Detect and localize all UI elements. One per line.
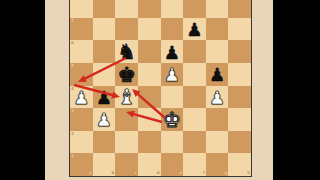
square-d3	[138, 108, 161, 131]
square-g3	[206, 108, 229, 131]
square-e5: ♟	[161, 63, 184, 86]
square-d8	[138, 0, 161, 18]
black-pawn: ♟	[161, 43, 184, 61]
square-c7	[115, 18, 138, 41]
file-label-g: g	[225, 171, 228, 175]
square-c2	[115, 131, 138, 154]
square-d7	[138, 18, 161, 41]
square-a1: 1a	[70, 153, 93, 176]
right-letterbox-bar	[273, 0, 320, 180]
rank-label-3: 3	[71, 109, 74, 113]
square-g2	[206, 131, 229, 154]
white-pawn: ♟	[93, 111, 116, 129]
white-king: ♚	[161, 109, 184, 130]
square-h2	[228, 131, 251, 154]
black-pawn: ♟	[206, 66, 229, 84]
chess-board: 87♟6♞♟5♚♟♟4♟♟♝♟3♟♚21abcdefgh	[69, 0, 252, 177]
square-c8	[115, 0, 138, 18]
square-f2	[183, 131, 206, 154]
square-e1: e	[161, 153, 184, 176]
square-g1: g	[206, 153, 229, 176]
file-label-d: d	[157, 171, 160, 175]
square-h3	[228, 108, 251, 131]
square-b2	[93, 131, 116, 154]
square-a3: 3	[70, 108, 93, 131]
rank-label-4: 4	[71, 87, 74, 91]
square-f1: f	[183, 153, 206, 176]
rank-label-7: 7	[71, 19, 74, 23]
square-f3	[183, 108, 206, 131]
square-c5: ♚	[115, 63, 138, 86]
square-f8	[183, 0, 206, 18]
square-e7	[161, 18, 184, 41]
square-g4: ♟	[206, 86, 229, 109]
left-letterbox-bar	[0, 0, 45, 180]
square-a4: 4♟	[70, 86, 93, 109]
square-b4: ♟	[93, 86, 116, 109]
square-c4: ♝	[115, 86, 138, 109]
square-b8	[93, 0, 116, 18]
square-d6	[138, 40, 161, 63]
square-h8	[228, 0, 251, 18]
file-label-b: b	[111, 171, 114, 175]
square-b7	[93, 18, 116, 41]
square-f6	[183, 40, 206, 63]
square-e6: ♟	[161, 40, 184, 63]
black-knight: ♞	[115, 42, 138, 63]
rank-label-6: 6	[71, 41, 74, 45]
square-h1: h	[228, 153, 251, 176]
square-c1: c	[115, 153, 138, 176]
square-f5	[183, 63, 206, 86]
white-pawn: ♟	[161, 66, 184, 84]
square-e8	[161, 0, 184, 18]
square-a2: 2	[70, 131, 93, 154]
file-label-e: e	[179, 171, 182, 175]
square-e3: ♚	[161, 108, 184, 131]
square-c3	[115, 108, 138, 131]
square-g6	[206, 40, 229, 63]
square-g5: ♟	[206, 63, 229, 86]
square-d5	[138, 63, 161, 86]
white-pawn: ♟	[70, 88, 93, 106]
square-d2	[138, 131, 161, 154]
square-e4	[161, 86, 184, 109]
square-a5: 5	[70, 63, 93, 86]
square-a7: 7	[70, 18, 93, 41]
square-a8: 8	[70, 0, 93, 18]
file-label-a: a	[89, 171, 92, 175]
file-label-h: h	[247, 171, 250, 175]
file-label-f: f	[203, 171, 205, 175]
square-b1: b	[93, 153, 116, 176]
square-d1: d	[138, 153, 161, 176]
square-h7	[228, 18, 251, 41]
rank-label-1: 1	[71, 154, 74, 158]
square-g7	[206, 18, 229, 41]
square-f4	[183, 86, 206, 109]
black-pawn: ♟	[93, 88, 116, 106]
square-e2	[161, 131, 184, 154]
square-a6: 6	[70, 40, 93, 63]
square-h5	[228, 63, 251, 86]
white-bishop: ♝	[115, 87, 138, 108]
square-d4	[138, 86, 161, 109]
square-g8	[206, 0, 229, 18]
file-label-c: c	[135, 171, 137, 175]
black-king: ♚	[115, 64, 138, 85]
square-b3: ♟	[93, 108, 116, 131]
square-f7: ♟	[183, 18, 206, 41]
square-h4	[228, 86, 251, 109]
white-pawn: ♟	[206, 88, 229, 106]
square-c6: ♞	[115, 40, 138, 63]
rank-label-2: 2	[71, 132, 74, 136]
square-h6	[228, 40, 251, 63]
square-b5	[93, 63, 116, 86]
rank-label-5: 5	[71, 64, 74, 68]
black-pawn: ♟	[183, 20, 206, 38]
square-b6	[93, 40, 116, 63]
